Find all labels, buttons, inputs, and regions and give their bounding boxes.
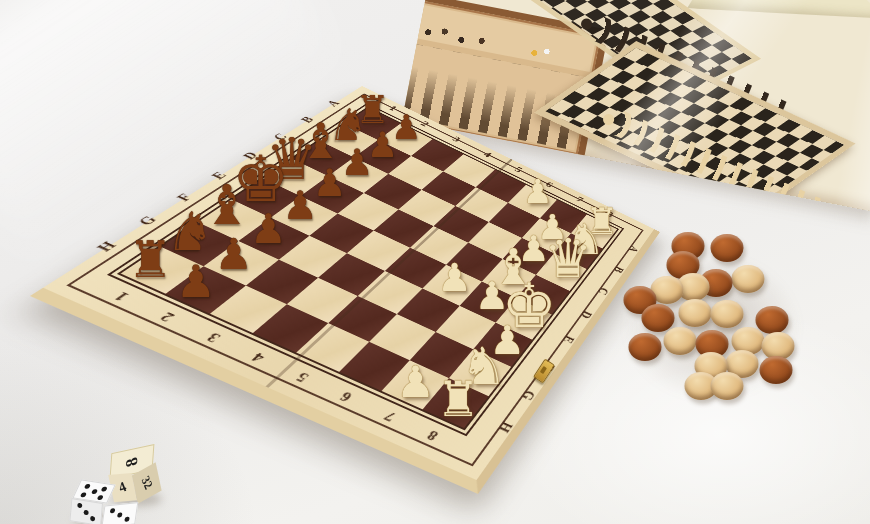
die1-front-face	[69, 498, 103, 524]
checker-disc-light-12	[664, 327, 697, 355]
die-pip	[124, 516, 130, 522]
checker-disc-light-8	[679, 299, 712, 327]
die-pip	[101, 486, 108, 491]
white-die-2	[102, 502, 139, 524]
checker-disc-light-3	[732, 265, 765, 293]
die-pip	[80, 492, 87, 497]
die-pip	[84, 483, 91, 488]
cube-number-32: 32	[138, 473, 155, 494]
die-pip	[110, 508, 116, 514]
checker-disc-light-9	[711, 300, 744, 328]
cube-number-8: 8	[122, 454, 142, 469]
doubling-cube: 8 4 32	[104, 444, 164, 507]
die2-top-face	[101, 502, 138, 524]
die-pip	[97, 494, 104, 499]
die-pip	[90, 489, 97, 494]
checker-disc-brown-11	[756, 306, 789, 334]
die-pip	[77, 503, 82, 509]
checker-disc-brown-16	[629, 333, 662, 361]
checker-disc-brown-19	[760, 356, 793, 384]
cube-number-4: 4	[116, 479, 129, 496]
die-pip	[117, 512, 123, 518]
photo-scene: 12345678 12345678 ABCDEFGH ABCDEFGH ♜♞♝♛…	[0, 0, 870, 524]
checker-disc-brown-10	[642, 304, 675, 332]
checker-disc-light-21	[711, 372, 744, 400]
die-pip	[90, 515, 95, 521]
die-pip	[84, 509, 89, 515]
checker-disc-brown-1	[711, 234, 744, 262]
